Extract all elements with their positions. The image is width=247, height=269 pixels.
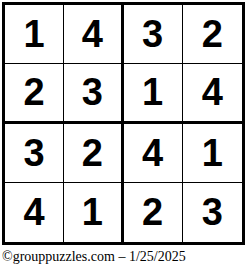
cell-r3c3: 4 xyxy=(124,124,183,183)
cell-r2c1: 2 xyxy=(5,64,64,123)
sudoku-board: 1 4 3 2 2 3 1 4 3 2 4 1 4 1 2 3 xyxy=(2,2,245,245)
cell-r4c2: 1 xyxy=(64,183,123,242)
cell-r1c1: 1 xyxy=(5,5,64,64)
cell-r1c3: 3 xyxy=(124,5,183,64)
cell-r1c2: 4 xyxy=(64,5,123,64)
cell-r4c4: 3 xyxy=(183,183,242,242)
cell-r1c4: 2 xyxy=(183,5,242,64)
cell-r3c2: 2 xyxy=(64,124,123,183)
cell-r4c3: 2 xyxy=(124,183,183,242)
cell-r4c1: 4 xyxy=(5,183,64,242)
cell-r2c3: 1 xyxy=(124,64,183,123)
cell-r2c4: 4 xyxy=(183,64,242,123)
cell-r3c4: 1 xyxy=(183,124,242,183)
cell-r3c1: 3 xyxy=(5,124,64,183)
credit-text: ©grouppuzzles.com – 1/25/2025 xyxy=(2,249,186,265)
cell-r2c2: 3 xyxy=(64,64,123,123)
